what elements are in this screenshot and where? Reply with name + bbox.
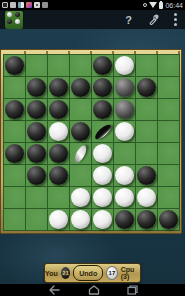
tilt-silver-stone [73,143,89,164]
board-cell[interactable] [92,187,113,208]
notification-area [2,2,48,8]
black-stone [159,210,178,229]
black-stone [49,100,68,119]
board-cell[interactable] [4,143,25,164]
board-cell[interactable] [92,165,113,186]
board-cell[interactable] [136,121,157,142]
board-cell[interactable] [114,209,135,230]
black-score-disc: 21 [61,267,71,279]
black-stone [5,144,24,163]
board-cell[interactable] [136,187,157,208]
overflow-dot [174,13,177,16]
gallery-notification-icon [26,2,32,8]
home-icon [88,285,100,295]
board-cell[interactable] [48,55,69,76]
board-cell[interactable] [48,121,69,142]
board-cell[interactable] [92,209,113,230]
navigation-bar [0,284,185,296]
board-cell[interactable] [158,99,179,120]
board-cell[interactable] [114,99,135,120]
board-cell[interactable] [48,143,69,164]
clock: 06:44 [165,2,183,9]
overflow-menu-button[interactable] [167,13,180,26]
tilt-dark-stone [92,122,112,141]
board-cell[interactable] [114,55,135,76]
undo-button[interactable]: Undo [73,265,103,281]
white-stone [93,166,112,185]
board-frame [0,49,182,234]
settings-wrench-button[interactable] [140,13,167,26]
board-cell[interactable] [92,143,113,164]
board-cell[interactable] [136,99,157,120]
black-stone [137,78,156,97]
white-stone [93,188,112,207]
mini-white-disc [7,12,12,17]
board-cell[interactable] [70,165,91,186]
mini-black-disc [7,19,12,24]
board-cell[interactable] [26,55,47,76]
black-stone [27,166,46,185]
board-cell[interactable] [4,165,25,186]
board-cell[interactable] [136,77,157,98]
board-cell[interactable] [158,209,179,230]
action-bar: ? [0,10,185,29]
board-cell[interactable] [4,55,25,76]
board-cell[interactable] [48,77,69,98]
score-bar: You 21 Undo 17 Cpu (3) [44,263,141,283]
black-stone [5,56,24,75]
white-stone [115,188,134,207]
black-stone [137,166,156,185]
board-cell[interactable] [48,165,69,186]
board-cell[interactable] [158,165,179,186]
help-button[interactable]: ? [117,14,140,26]
board-cell[interactable] [158,77,179,98]
board-cell[interactable] [48,209,69,230]
black-stone [71,122,90,141]
white-stone [49,210,68,229]
board-cell[interactable] [70,77,91,98]
board-cell[interactable] [136,209,157,230]
board-cell[interactable] [70,121,91,142]
board-cell[interactable] [26,209,47,230]
mini-white-disc [15,19,20,24]
board-cell[interactable] [4,121,25,142]
board-cell[interactable] [114,187,135,208]
recents-icon [127,285,138,295]
black-stone [115,210,134,229]
board-cell[interactable] [4,187,25,208]
board-cell[interactable] [114,165,135,186]
board-cell[interactable] [4,77,25,98]
board-cell[interactable] [158,187,179,208]
white-stone [115,122,134,141]
board-cell[interactable] [114,121,135,142]
white-stone [137,188,156,207]
battery-icon [159,2,163,9]
black-stone [5,100,24,119]
board-cell[interactable] [4,99,25,120]
black-stone [93,100,112,119]
board-cell[interactable] [158,121,179,142]
white-stone [49,122,68,141]
board-cell[interactable] [70,99,91,120]
board-cell[interactable] [114,143,135,164]
black-stone [49,166,68,185]
board-cell[interactable] [70,187,91,208]
black-stone [27,122,46,141]
board-cell[interactable] [26,77,47,98]
board-cell[interactable] [26,99,47,120]
white-score-disc: 17 [106,266,118,280]
board-cell[interactable] [48,187,69,208]
board-cell[interactable] [70,143,91,164]
black-stone [27,100,46,119]
screen: 06:44 ? You 21 Undo 1 [0,0,185,296]
board-cell[interactable] [26,143,47,164]
black-stone [27,78,46,97]
board-cell[interactable] [114,77,135,98]
white-stone [115,56,134,75]
back-button[interactable] [48,285,61,295]
black-stone [49,144,68,163]
white-stone [93,210,112,229]
wifi-icon [149,2,157,8]
black-stone [71,78,90,97]
reversi-board [3,54,180,231]
overflow-dot [174,23,177,26]
board-cell[interactable] [92,55,113,76]
board-cell[interactable] [26,187,47,208]
white-stone [71,210,90,229]
back-icon [48,285,61,295]
alarm-icon [143,3,147,7]
board-cell[interactable] [48,99,69,120]
camera-notification-icon [34,2,40,8]
black-stone [93,78,112,97]
board-cell[interactable] [158,55,179,76]
board-cell[interactable] [4,209,25,230]
white-stone [71,188,90,207]
home-button[interactable] [88,285,100,295]
status-bar: 06:44 [0,0,185,10]
notification-icon [2,2,8,8]
grey-stone [115,78,134,97]
black-stone [49,78,68,97]
recents-button[interactable] [127,285,138,295]
cpu-label: Cpu (3) [121,266,140,280]
system-status-area: 06:44 [143,2,183,9]
board-cell[interactable] [26,121,47,142]
board-cell[interactable] [136,55,157,76]
board-cell[interactable] [158,143,179,164]
grey-stone [115,100,134,119]
white-stone [93,144,112,163]
notification-icon [42,2,48,8]
notification-icon [18,2,24,8]
notification-icon [10,2,16,8]
board-cell[interactable] [70,55,91,76]
board-cell[interactable] [26,165,47,186]
black-stone [27,144,46,163]
reversi-app-icon [5,11,23,29]
mini-black-disc [15,12,20,17]
board-cell[interactable] [136,143,157,164]
board-cell[interactable] [92,77,113,98]
you-label: You [45,270,58,277]
board-cell[interactable] [70,209,91,230]
board-cell[interactable] [136,165,157,186]
white-stone [115,166,134,185]
black-stone [93,56,112,75]
board-cell[interactable] [92,99,113,120]
wrench-icon [147,13,160,26]
frame-ticks [4,51,180,54]
black-stone [137,210,156,229]
board-cell[interactable] [92,121,113,142]
overflow-dot [174,18,177,21]
